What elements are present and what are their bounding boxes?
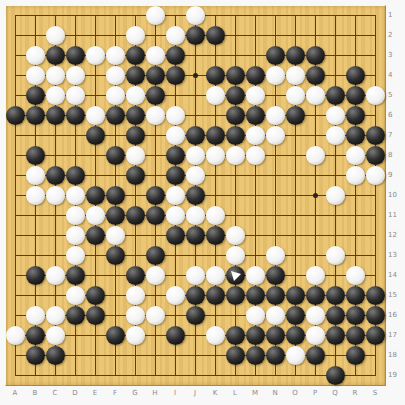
white-stone-P5[interactable] <box>306 86 325 105</box>
column-label-E: E <box>93 389 97 397</box>
black-stone-F8[interactable] <box>106 146 125 165</box>
column-label-B: B <box>33 389 38 397</box>
black-stone-M15[interactable] <box>246 286 265 305</box>
black-stone-I8[interactable] <box>166 146 185 165</box>
row-label-10: 10 <box>388 191 397 199</box>
white-stone-C5[interactable] <box>46 86 65 105</box>
black-stone-J10[interactable] <box>186 186 205 205</box>
white-stone-J14[interactable] <box>186 266 205 285</box>
black-stone-E12[interactable] <box>86 226 105 245</box>
white-stone-F12[interactable] <box>106 226 125 245</box>
black-stone-B17[interactable] <box>26 326 45 345</box>
row-label-11: 11 <box>388 211 397 219</box>
white-stone-K8[interactable] <box>206 146 225 165</box>
row-label-13: 13 <box>388 251 397 259</box>
white-stone-D15[interactable] <box>66 286 85 305</box>
black-stone-L5[interactable] <box>226 86 245 105</box>
white-stone-K11[interactable] <box>206 206 225 225</box>
column-label-S: S <box>373 389 377 397</box>
row-label-18: 18 <box>388 351 397 359</box>
black-stone-P15[interactable] <box>306 286 325 305</box>
row-label-19: 19 <box>388 371 397 379</box>
black-stone-N3[interactable] <box>266 46 285 65</box>
white-stone-D4[interactable] <box>66 66 85 85</box>
white-stone-M16[interactable] <box>246 306 265 325</box>
column-label-D: D <box>72 389 77 397</box>
black-stone-O6[interactable] <box>286 106 305 125</box>
white-stone-I6[interactable] <box>166 106 185 125</box>
black-stone-F13[interactable] <box>106 246 125 265</box>
white-stone-I2[interactable] <box>166 26 185 45</box>
row-label-6: 6 <box>388 111 392 119</box>
black-stone-L17[interactable] <box>226 326 245 345</box>
white-stone-E3[interactable] <box>86 46 105 65</box>
column-label-L: L <box>233 389 237 397</box>
black-stone-B8[interactable] <box>26 146 45 165</box>
white-stone-I10[interactable] <box>166 186 185 205</box>
black-stone-R5[interactable] <box>346 86 365 105</box>
black-stone-R6[interactable] <box>346 106 365 125</box>
white-stone-M7[interactable] <box>246 126 265 145</box>
black-stone-L15[interactable] <box>226 286 245 305</box>
white-stone-G15[interactable] <box>126 286 145 305</box>
white-stone-E6[interactable] <box>86 106 105 125</box>
column-label-H: H <box>152 389 157 397</box>
white-stone-D10[interactable] <box>66 186 85 205</box>
black-stone-N17[interactable] <box>266 326 285 345</box>
black-stone-R18[interactable] <box>346 346 365 365</box>
black-stone-C3[interactable] <box>46 46 65 65</box>
row-label-14: 14 <box>388 271 397 279</box>
black-stone-P3[interactable] <box>306 46 325 65</box>
white-stone-M8[interactable] <box>246 146 265 165</box>
black-stone-E16[interactable] <box>86 306 105 325</box>
white-stone-I11[interactable] <box>166 206 185 225</box>
black-stone-G14[interactable] <box>126 266 145 285</box>
white-stone-D11[interactable] <box>66 206 85 225</box>
white-stone-I7[interactable] <box>166 126 185 145</box>
white-stone-Q13[interactable] <box>326 246 345 265</box>
column-label-J: J <box>194 389 196 397</box>
white-stone-F4[interactable] <box>106 66 125 85</box>
black-stone-O15[interactable] <box>286 286 305 305</box>
black-stone-F11[interactable] <box>106 206 125 225</box>
white-stone-J8[interactable] <box>186 146 205 165</box>
white-stone-K5[interactable] <box>206 86 225 105</box>
white-stone-R8[interactable] <box>346 146 365 165</box>
column-label-Q: Q <box>332 389 338 397</box>
black-stone-S17[interactable] <box>366 326 385 345</box>
white-stone-O5[interactable] <box>286 86 305 105</box>
white-stone-C10[interactable] <box>46 186 65 205</box>
black-stone-H4[interactable] <box>146 66 165 85</box>
white-stone-P17[interactable] <box>306 326 325 345</box>
white-stone-C17[interactable] <box>46 326 65 345</box>
black-stone-G3[interactable] <box>126 46 145 65</box>
black-stone-M18[interactable] <box>246 346 265 365</box>
white-stone-H1[interactable] <box>146 6 165 25</box>
black-stone-B6[interactable] <box>26 106 45 125</box>
white-stone-B9[interactable] <box>26 166 45 185</box>
black-stone-K4[interactable] <box>206 66 225 85</box>
white-stone-R14[interactable] <box>346 266 365 285</box>
white-stone-D12[interactable] <box>66 226 85 245</box>
white-stone-B4[interactable] <box>26 66 45 85</box>
white-stone-B10[interactable] <box>26 186 45 205</box>
black-stone-K2[interactable] <box>206 26 225 45</box>
black-stone-M6[interactable] <box>246 106 265 125</box>
white-stone-L12[interactable] <box>226 226 245 245</box>
row-label-7: 7 <box>388 131 392 139</box>
white-stone-N6[interactable] <box>266 106 285 125</box>
black-stone-F10[interactable] <box>106 186 125 205</box>
black-stone-S7[interactable] <box>366 126 385 145</box>
white-stone-N16[interactable] <box>266 306 285 325</box>
black-stone-H5[interactable] <box>146 86 165 105</box>
black-stone-I12[interactable] <box>166 226 185 245</box>
white-stone-M14[interactable] <box>246 266 265 285</box>
black-stone-R4[interactable] <box>346 66 365 85</box>
black-stone-G9[interactable] <box>126 166 145 185</box>
row-label-1: 1 <box>388 11 392 19</box>
black-stone-C18[interactable] <box>46 346 65 365</box>
black-stone-Q5[interactable] <box>326 86 345 105</box>
black-stone-O16[interactable] <box>286 306 305 325</box>
black-stone-I4[interactable] <box>166 66 185 85</box>
white-stone-L8[interactable] <box>226 146 245 165</box>
black-stone-P4[interactable] <box>306 66 325 85</box>
white-stone-I15[interactable] <box>166 286 185 305</box>
white-stone-O18[interactable] <box>286 346 305 365</box>
white-stone-D13[interactable] <box>66 246 85 265</box>
white-stone-B3[interactable] <box>26 46 45 65</box>
white-stone-R9[interactable] <box>346 166 365 185</box>
column-label-K: K <box>213 389 218 397</box>
grid-line-horizontal <box>15 375 376 376</box>
row-label-3: 3 <box>388 51 392 59</box>
column-label-P: P <box>313 389 317 397</box>
black-stone-J12[interactable] <box>186 226 205 245</box>
black-stone-S15[interactable] <box>366 286 385 305</box>
column-label-M: M <box>252 389 258 397</box>
black-stone-J16[interactable] <box>186 306 205 325</box>
black-stone-B5[interactable] <box>26 86 45 105</box>
black-stone-J7[interactable] <box>186 126 205 145</box>
white-stone-A17[interactable] <box>6 326 25 345</box>
black-stone-R7[interactable] <box>346 126 365 145</box>
black-stone-Q16[interactable] <box>326 306 345 325</box>
black-stone-R17[interactable] <box>346 326 365 345</box>
white-stone-C4[interactable] <box>46 66 65 85</box>
black-stone-H11[interactable] <box>146 206 165 225</box>
black-stone-E7[interactable] <box>86 126 105 145</box>
black-stone-N14[interactable] <box>266 266 285 285</box>
column-label-O: O <box>292 389 298 397</box>
black-stone-I3[interactable] <box>166 46 185 65</box>
black-stone-M17[interactable] <box>246 326 265 345</box>
column-label-N: N <box>272 389 277 397</box>
row-label-16: 16 <box>388 311 397 319</box>
white-stone-C2[interactable] <box>46 26 65 45</box>
black-stone-R16[interactable] <box>346 306 365 325</box>
white-stone-Q6[interactable] <box>326 106 345 125</box>
white-stone-Q10[interactable] <box>326 186 345 205</box>
black-stone-Q19[interactable] <box>326 366 345 385</box>
black-stone-L7[interactable] <box>226 126 245 145</box>
black-stone-D14[interactable] <box>66 266 85 285</box>
white-stone-B16[interactable] <box>26 306 45 325</box>
white-stone-H6[interactable] <box>146 106 165 125</box>
row-label-12: 12 <box>388 231 397 239</box>
black-stone-L6[interactable] <box>226 106 245 125</box>
black-stone-M4[interactable] <box>246 66 265 85</box>
white-stone-G2[interactable] <box>126 26 145 45</box>
black-stone-K15[interactable] <box>206 286 225 305</box>
column-label-R: R <box>353 389 358 397</box>
black-stone-Q15[interactable] <box>326 286 345 305</box>
white-stone-P14[interactable] <box>306 266 325 285</box>
row-label-4: 4 <box>388 71 392 79</box>
black-stone-H10[interactable] <box>146 186 165 205</box>
black-stone-E15[interactable] <box>86 286 105 305</box>
black-stone-G11[interactable] <box>126 206 145 225</box>
black-stone-B18[interactable] <box>26 346 45 365</box>
white-stone-G5[interactable] <box>126 86 145 105</box>
black-stone-N18[interactable] <box>266 346 285 365</box>
white-stone-S9[interactable] <box>366 166 385 185</box>
row-label-5: 5 <box>388 91 392 99</box>
black-stone-G6[interactable] <box>126 106 145 125</box>
black-stone-L4[interactable] <box>226 66 245 85</box>
white-stone-N4[interactable] <box>266 66 285 85</box>
black-stone-S8[interactable] <box>366 146 385 165</box>
black-stone-I9[interactable] <box>166 166 185 185</box>
column-label-G: G <box>132 389 137 397</box>
white-stone-N13[interactable] <box>266 246 285 265</box>
black-stone-P18[interactable] <box>306 346 325 365</box>
black-stone-B14[interactable] <box>26 266 45 285</box>
white-stone-Q7[interactable] <box>326 126 345 145</box>
white-stone-M5[interactable] <box>246 86 265 105</box>
row-label-17: 17 <box>388 331 397 339</box>
column-label-C: C <box>53 389 58 397</box>
white-stone-G8[interactable] <box>126 146 145 165</box>
column-label-A: A <box>13 389 18 397</box>
white-stone-N7[interactable] <box>266 126 285 145</box>
black-stone-F17[interactable] <box>106 326 125 345</box>
white-stone-F5[interactable] <box>106 86 125 105</box>
black-stone-E10[interactable] <box>86 186 105 205</box>
black-stone-D16[interactable] <box>66 306 85 325</box>
white-stone-C14[interactable] <box>46 266 65 285</box>
black-stone-K7[interactable] <box>206 126 225 145</box>
row-label-2: 2 <box>388 31 392 39</box>
white-stone-K14[interactable] <box>206 266 225 285</box>
row-label-8: 8 <box>388 151 392 159</box>
white-stone-S5[interactable] <box>366 86 385 105</box>
black-stone-A6[interactable] <box>6 106 25 125</box>
black-stone-R15[interactable] <box>346 286 365 305</box>
black-stone-C9[interactable] <box>46 166 65 185</box>
hoshi-point <box>193 73 198 78</box>
white-stone-D5[interactable] <box>66 86 85 105</box>
white-stone-H14[interactable] <box>146 266 165 285</box>
white-stone-G16[interactable] <box>126 306 145 325</box>
black-stone-J15[interactable] <box>186 286 205 305</box>
white-stone-O4[interactable] <box>286 66 305 85</box>
white-stone-P8[interactable] <box>306 146 325 165</box>
black-stone-I17[interactable] <box>166 326 185 345</box>
white-stone-L13[interactable] <box>226 246 245 265</box>
row-label-15: 15 <box>388 291 397 299</box>
row-label-9: 9 <box>388 171 392 179</box>
black-stone-K12[interactable] <box>206 226 225 245</box>
white-stone-K17[interactable] <box>206 326 225 345</box>
black-stone-D9[interactable] <box>66 166 85 185</box>
white-stone-J9[interactable] <box>186 166 205 185</box>
black-stone-O17[interactable] <box>286 326 305 345</box>
black-stone-G7[interactable] <box>126 126 145 145</box>
black-stone-O3[interactable] <box>286 46 305 65</box>
black-stone-C6[interactable] <box>46 106 65 125</box>
column-label-F: F <box>113 389 117 397</box>
white-stone-H16[interactable] <box>146 306 165 325</box>
white-stone-J1[interactable] <box>186 6 205 25</box>
white-stone-J11[interactable] <box>186 206 205 225</box>
black-stone-F6[interactable] <box>106 106 125 125</box>
white-stone-C16[interactable] <box>46 306 65 325</box>
black-stone-H13[interactable] <box>146 246 165 265</box>
black-stone-S16[interactable] <box>366 306 385 325</box>
black-stone-Q17[interactable] <box>326 326 345 345</box>
go-app-window: ABCDEFGHIJKLMNOPQRS123456789101112131415… <box>0 0 405 405</box>
black-stone-N15[interactable] <box>266 286 285 305</box>
column-label-I: I <box>174 389 176 397</box>
black-stone-G4[interactable] <box>126 66 145 85</box>
black-stone-D3[interactable] <box>66 46 85 65</box>
white-stone-P16[interactable] <box>306 306 325 325</box>
black-stone-L18[interactable] <box>226 346 245 365</box>
white-stone-G17[interactable] <box>126 326 145 345</box>
black-stone-J2[interactable] <box>186 26 205 45</box>
hoshi-point <box>313 193 318 198</box>
black-stone-D6[interactable] <box>66 106 85 125</box>
white-stone-H3[interactable] <box>146 46 165 65</box>
white-stone-E11[interactable] <box>86 206 105 225</box>
white-stone-F3[interactable] <box>106 46 125 65</box>
